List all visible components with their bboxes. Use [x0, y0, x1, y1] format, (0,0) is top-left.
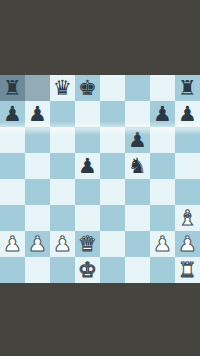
- piece-white-rook: ♜: [175, 257, 200, 283]
- square-e4[interactable]: [100, 179, 125, 205]
- square-g8[interactable]: [150, 75, 175, 101]
- square-h8[interactable]: ♜: [175, 75, 200, 101]
- piece-white-king: ♚: [75, 257, 100, 283]
- square-h4[interactable]: [175, 179, 200, 205]
- piece-black-rook: ♜: [175, 75, 200, 101]
- piece-black-pawn: ♟: [75, 153, 100, 179]
- square-d1[interactable]: ♚: [75, 257, 100, 283]
- square-a5[interactable]: [0, 153, 25, 179]
- square-a7[interactable]: ♟: [0, 101, 25, 127]
- square-d3[interactable]: [75, 205, 100, 231]
- square-f7[interactable]: [125, 101, 150, 127]
- piece-white-bishop: ♝: [175, 205, 200, 231]
- square-h6[interactable]: [175, 127, 200, 153]
- square-b6[interactable]: [25, 127, 50, 153]
- piece-white-pawn: ♟: [0, 231, 25, 257]
- square-b7[interactable]: ♟: [25, 101, 50, 127]
- piece-black-rook: ♜: [0, 75, 25, 101]
- square-g6[interactable]: [150, 127, 175, 153]
- square-b2[interactable]: ♟: [25, 231, 50, 257]
- square-g5[interactable]: [150, 153, 175, 179]
- square-b8[interactable]: [25, 75, 50, 101]
- square-a2[interactable]: ♟: [0, 231, 25, 257]
- square-c3[interactable]: [50, 205, 75, 231]
- square-a4[interactable]: [0, 179, 25, 205]
- square-c6[interactable]: [50, 127, 75, 153]
- piece-white-pawn: ♟: [150, 231, 175, 257]
- square-a3[interactable]: [0, 205, 25, 231]
- square-e2[interactable]: [100, 231, 125, 257]
- square-g1[interactable]: [150, 257, 175, 283]
- piece-black-pawn: ♟: [125, 127, 150, 153]
- square-c5[interactable]: [50, 153, 75, 179]
- square-e5[interactable]: [100, 153, 125, 179]
- square-h7[interactable]: ♟: [175, 101, 200, 127]
- piece-white-queen: ♛: [75, 231, 100, 257]
- piece-white-pawn: ♟: [175, 231, 200, 257]
- square-e6[interactable]: [100, 127, 125, 153]
- square-g7[interactable]: ♟: [150, 101, 175, 127]
- piece-white-pawn: ♟: [25, 231, 50, 257]
- square-a8[interactable]: ♜: [0, 75, 25, 101]
- square-c7[interactable]: [50, 101, 75, 127]
- square-g2[interactable]: ♟: [150, 231, 175, 257]
- square-h1[interactable]: ♜: [175, 257, 200, 283]
- square-e7[interactable]: [100, 101, 125, 127]
- piece-white-pawn: ♟: [50, 231, 75, 257]
- square-f4[interactable]: [125, 179, 150, 205]
- square-a1[interactable]: [0, 257, 25, 283]
- square-b1[interactable]: [25, 257, 50, 283]
- square-e8[interactable]: [100, 75, 125, 101]
- square-d7[interactable]: [75, 101, 100, 127]
- square-b3[interactable]: [25, 205, 50, 231]
- square-d2[interactable]: ♛: [75, 231, 100, 257]
- square-b4[interactable]: [25, 179, 50, 205]
- square-g4[interactable]: [150, 179, 175, 205]
- square-c4[interactable]: [50, 179, 75, 205]
- piece-black-pawn: ♟: [25, 101, 50, 127]
- piece-black-pawn: ♟: [150, 101, 175, 127]
- square-d8[interactable]: ♚: [75, 75, 100, 101]
- square-f6[interactable]: ♟: [125, 127, 150, 153]
- square-c8[interactable]: ♛: [50, 75, 75, 101]
- piece-black-pawn: ♟: [0, 101, 25, 127]
- square-f3[interactable]: [125, 205, 150, 231]
- square-a6[interactable]: [0, 127, 25, 153]
- square-d4[interactable]: [75, 179, 100, 205]
- square-d5[interactable]: ♟: [75, 153, 100, 179]
- square-h2[interactable]: ♟: [175, 231, 200, 257]
- piece-black-queen: ♛: [50, 75, 75, 101]
- square-b5[interactable]: [25, 153, 50, 179]
- square-h3[interactable]: ♝: [175, 205, 200, 231]
- square-f5[interactable]: ♞: [125, 153, 150, 179]
- app-background: ♜♛♚♜♟♟♟♟♟♟♞♝♟♟♟♛♟♟♚♜: [0, 0, 200, 356]
- square-c1[interactable]: [50, 257, 75, 283]
- square-e3[interactable]: [100, 205, 125, 231]
- square-f2[interactable]: [125, 231, 150, 257]
- square-e1[interactable]: [100, 257, 125, 283]
- square-f8[interactable]: [125, 75, 150, 101]
- square-h5[interactable]: [175, 153, 200, 179]
- piece-black-king: ♚: [75, 75, 100, 101]
- square-c2[interactable]: ♟: [50, 231, 75, 257]
- piece-black-knight: ♞: [125, 153, 150, 179]
- square-d6[interactable]: [75, 127, 100, 153]
- chess-board: ♜♛♚♜♟♟♟♟♟♟♞♝♟♟♟♛♟♟♚♜: [0, 75, 200, 283]
- square-g3[interactable]: [150, 205, 175, 231]
- piece-black-pawn: ♟: [175, 101, 200, 127]
- square-f1[interactable]: [125, 257, 150, 283]
